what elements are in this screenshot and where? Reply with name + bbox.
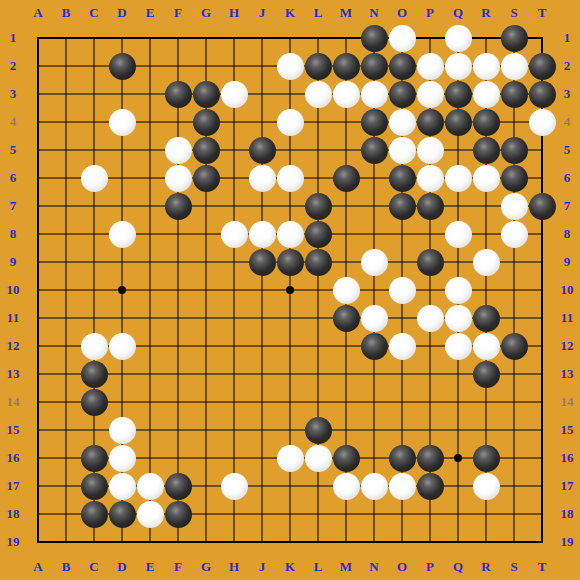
intersection-R9[interactable] (472, 248, 500, 276)
intersection-B16[interactable] (52, 444, 80, 472)
intersection-Q7[interactable] (444, 192, 472, 220)
intersection-B4[interactable] (52, 108, 80, 136)
intersection-L5[interactable] (304, 136, 332, 164)
intersection-G11[interactable] (192, 304, 220, 332)
intersection-J15[interactable] (248, 416, 276, 444)
intersection-R3[interactable] (472, 80, 500, 108)
intersection-Q13[interactable] (444, 360, 472, 388)
intersection-T13[interactable] (528, 360, 556, 388)
intersection-T19[interactable] (528, 528, 556, 556)
intersection-H2[interactable] (220, 52, 248, 80)
intersection-T15[interactable] (528, 416, 556, 444)
intersection-J5[interactable] (248, 136, 276, 164)
intersection-H10[interactable] (220, 276, 248, 304)
intersection-H5[interactable] (220, 136, 248, 164)
intersection-Q11[interactable] (444, 304, 472, 332)
intersection-E17[interactable] (136, 472, 164, 500)
intersection-N4[interactable] (360, 108, 388, 136)
intersection-H6[interactable] (220, 164, 248, 192)
intersection-C12[interactable] (80, 332, 108, 360)
intersection-C11[interactable] (80, 304, 108, 332)
intersection-G3[interactable] (192, 80, 220, 108)
intersection-L4[interactable] (304, 108, 332, 136)
intersection-M5[interactable] (332, 136, 360, 164)
intersection-G2[interactable] (192, 52, 220, 80)
intersection-P3[interactable] (416, 80, 444, 108)
intersection-T5[interactable] (528, 136, 556, 164)
intersection-N17[interactable] (360, 472, 388, 500)
intersection-E18[interactable] (136, 500, 164, 528)
intersection-T10[interactable] (528, 276, 556, 304)
intersection-B5[interactable] (52, 136, 80, 164)
intersection-C3[interactable] (80, 80, 108, 108)
intersection-O16[interactable] (388, 444, 416, 472)
intersection-J9[interactable] (248, 248, 276, 276)
intersection-S19[interactable] (500, 528, 528, 556)
intersection-L19[interactable] (304, 528, 332, 556)
intersection-E12[interactable] (136, 332, 164, 360)
intersection-P2[interactable] (416, 52, 444, 80)
intersection-O14[interactable] (388, 388, 416, 416)
intersection-B17[interactable] (52, 472, 80, 500)
intersection-C1[interactable] (80, 24, 108, 52)
intersection-D12[interactable] (108, 332, 136, 360)
intersection-A11[interactable] (24, 304, 52, 332)
intersection-S1[interactable] (500, 24, 528, 52)
intersection-M11[interactable] (332, 304, 360, 332)
intersection-G4[interactable] (192, 108, 220, 136)
intersection-K1[interactable] (276, 24, 304, 52)
intersection-N9[interactable] (360, 248, 388, 276)
intersection-B12[interactable] (52, 332, 80, 360)
intersection-D10[interactable] (108, 276, 136, 304)
intersection-T16[interactable] (528, 444, 556, 472)
intersection-O15[interactable] (388, 416, 416, 444)
intersection-C8[interactable] (80, 220, 108, 248)
intersection-G17[interactable] (192, 472, 220, 500)
intersection-G9[interactable] (192, 248, 220, 276)
intersection-R12[interactable] (472, 332, 500, 360)
intersection-F7[interactable] (164, 192, 192, 220)
intersection-Q1[interactable] (444, 24, 472, 52)
intersection-C17[interactable] (80, 472, 108, 500)
intersection-C9[interactable] (80, 248, 108, 276)
intersection-B13[interactable] (52, 360, 80, 388)
intersection-S9[interactable] (500, 248, 528, 276)
intersection-G10[interactable] (192, 276, 220, 304)
intersection-A3[interactable] (24, 80, 52, 108)
intersection-S12[interactable] (500, 332, 528, 360)
intersection-G6[interactable] (192, 164, 220, 192)
intersection-L13[interactable] (304, 360, 332, 388)
intersection-A4[interactable] (24, 108, 52, 136)
intersection-O11[interactable] (388, 304, 416, 332)
intersection-M12[interactable] (332, 332, 360, 360)
intersection-Q4[interactable] (444, 108, 472, 136)
intersection-L2[interactable] (304, 52, 332, 80)
intersection-K16[interactable] (276, 444, 304, 472)
intersection-B8[interactable] (52, 220, 80, 248)
intersection-D5[interactable] (108, 136, 136, 164)
intersection-S13[interactable] (500, 360, 528, 388)
intersection-G13[interactable] (192, 360, 220, 388)
intersection-G8[interactable] (192, 220, 220, 248)
intersection-B11[interactable] (52, 304, 80, 332)
intersection-A18[interactable] (24, 500, 52, 528)
intersection-F4[interactable] (164, 108, 192, 136)
intersection-F3[interactable] (164, 80, 192, 108)
intersection-K13[interactable] (276, 360, 304, 388)
intersection-N19[interactable] (360, 528, 388, 556)
intersection-O19[interactable] (388, 528, 416, 556)
intersection-C14[interactable] (80, 388, 108, 416)
intersection-F10[interactable] (164, 276, 192, 304)
intersection-R15[interactable] (472, 416, 500, 444)
intersection-G14[interactable] (192, 388, 220, 416)
intersection-L10[interactable] (304, 276, 332, 304)
intersection-R2[interactable] (472, 52, 500, 80)
intersection-O7[interactable] (388, 192, 416, 220)
intersection-R16[interactable] (472, 444, 500, 472)
intersection-C7[interactable] (80, 192, 108, 220)
intersection-E9[interactable] (136, 248, 164, 276)
intersection-K19[interactable] (276, 528, 304, 556)
intersection-F17[interactable] (164, 472, 192, 500)
intersection-P7[interactable] (416, 192, 444, 220)
intersection-Q8[interactable] (444, 220, 472, 248)
intersection-Q12[interactable] (444, 332, 472, 360)
intersection-P18[interactable] (416, 500, 444, 528)
intersection-J17[interactable] (248, 472, 276, 500)
intersection-E10[interactable] (136, 276, 164, 304)
intersection-E2[interactable] (136, 52, 164, 80)
intersection-T7[interactable] (528, 192, 556, 220)
intersection-B6[interactable] (52, 164, 80, 192)
intersection-K4[interactable] (276, 108, 304, 136)
intersection-T3[interactable] (528, 80, 556, 108)
intersection-K8[interactable] (276, 220, 304, 248)
intersection-Q19[interactable] (444, 528, 472, 556)
intersection-G7[interactable] (192, 192, 220, 220)
intersection-M7[interactable] (332, 192, 360, 220)
intersection-S6[interactable] (500, 164, 528, 192)
intersection-M2[interactable] (332, 52, 360, 80)
intersection-H1[interactable] (220, 24, 248, 52)
intersection-R14[interactable] (472, 388, 500, 416)
intersection-T12[interactable] (528, 332, 556, 360)
intersection-Q10[interactable] (444, 276, 472, 304)
intersection-R1[interactable] (472, 24, 500, 52)
intersection-D16[interactable] (108, 444, 136, 472)
intersection-D15[interactable] (108, 416, 136, 444)
intersection-H8[interactable] (220, 220, 248, 248)
intersection-O12[interactable] (388, 332, 416, 360)
intersection-K11[interactable] (276, 304, 304, 332)
intersection-O2[interactable] (388, 52, 416, 80)
intersection-F2[interactable] (164, 52, 192, 80)
intersection-O10[interactable] (388, 276, 416, 304)
intersection-A9[interactable] (24, 248, 52, 276)
intersection-E5[interactable] (136, 136, 164, 164)
intersection-P8[interactable] (416, 220, 444, 248)
intersection-F12[interactable] (164, 332, 192, 360)
intersection-L8[interactable] (304, 220, 332, 248)
intersection-L12[interactable] (304, 332, 332, 360)
intersection-L6[interactable] (304, 164, 332, 192)
intersection-O13[interactable] (388, 360, 416, 388)
intersection-B1[interactable] (52, 24, 80, 52)
intersection-R13[interactable] (472, 360, 500, 388)
intersection-K7[interactable] (276, 192, 304, 220)
intersection-O4[interactable] (388, 108, 416, 136)
intersection-R7[interactable] (472, 192, 500, 220)
intersection-G18[interactable] (192, 500, 220, 528)
intersection-P12[interactable] (416, 332, 444, 360)
intersection-N13[interactable] (360, 360, 388, 388)
intersection-N5[interactable] (360, 136, 388, 164)
intersection-Q2[interactable] (444, 52, 472, 80)
intersection-Q17[interactable] (444, 472, 472, 500)
intersection-Q18[interactable] (444, 500, 472, 528)
intersection-C19[interactable] (80, 528, 108, 556)
intersection-P9[interactable] (416, 248, 444, 276)
intersection-S8[interactable] (500, 220, 528, 248)
intersection-P11[interactable] (416, 304, 444, 332)
intersection-F14[interactable] (164, 388, 192, 416)
intersection-P10[interactable] (416, 276, 444, 304)
intersection-H13[interactable] (220, 360, 248, 388)
intersection-C5[interactable] (80, 136, 108, 164)
intersection-L1[interactable] (304, 24, 332, 52)
intersection-D13[interactable] (108, 360, 136, 388)
intersection-M15[interactable] (332, 416, 360, 444)
intersection-F8[interactable] (164, 220, 192, 248)
intersection-C2[interactable] (80, 52, 108, 80)
intersection-N6[interactable] (360, 164, 388, 192)
intersection-D4[interactable] (108, 108, 136, 136)
intersection-J13[interactable] (248, 360, 276, 388)
intersection-H15[interactable] (220, 416, 248, 444)
intersection-S5[interactable] (500, 136, 528, 164)
intersection-P17[interactable] (416, 472, 444, 500)
intersection-Q15[interactable] (444, 416, 472, 444)
intersection-M1[interactable] (332, 24, 360, 52)
intersection-M19[interactable] (332, 528, 360, 556)
intersection-E4[interactable] (136, 108, 164, 136)
intersection-J2[interactable] (248, 52, 276, 80)
intersection-H4[interactable] (220, 108, 248, 136)
intersection-J6[interactable] (248, 164, 276, 192)
intersection-J11[interactable] (248, 304, 276, 332)
intersection-S7[interactable] (500, 192, 528, 220)
intersection-D2[interactable] (108, 52, 136, 80)
intersection-P1[interactable] (416, 24, 444, 52)
intersection-R6[interactable] (472, 164, 500, 192)
intersection-K5[interactable] (276, 136, 304, 164)
intersection-O17[interactable] (388, 472, 416, 500)
intersection-B18[interactable] (52, 500, 80, 528)
intersection-E7[interactable] (136, 192, 164, 220)
intersection-S11[interactable] (500, 304, 528, 332)
intersection-P15[interactable] (416, 416, 444, 444)
intersection-A12[interactable] (24, 332, 52, 360)
intersection-H3[interactable] (220, 80, 248, 108)
intersection-F9[interactable] (164, 248, 192, 276)
intersection-J19[interactable] (248, 528, 276, 556)
intersection-N18[interactable] (360, 500, 388, 528)
intersection-M3[interactable] (332, 80, 360, 108)
intersection-S18[interactable] (500, 500, 528, 528)
intersection-T11[interactable] (528, 304, 556, 332)
intersection-B7[interactable] (52, 192, 80, 220)
intersection-N10[interactable] (360, 276, 388, 304)
intersection-R11[interactable] (472, 304, 500, 332)
intersection-Q3[interactable] (444, 80, 472, 108)
intersection-R4[interactable] (472, 108, 500, 136)
intersection-C18[interactable] (80, 500, 108, 528)
intersection-D18[interactable] (108, 500, 136, 528)
intersection-D8[interactable] (108, 220, 136, 248)
intersection-P16[interactable] (416, 444, 444, 472)
intersection-F1[interactable] (164, 24, 192, 52)
intersection-O6[interactable] (388, 164, 416, 192)
intersection-S4[interactable] (500, 108, 528, 136)
intersection-K3[interactable] (276, 80, 304, 108)
intersection-N8[interactable] (360, 220, 388, 248)
intersection-L9[interactable] (304, 248, 332, 276)
intersection-E8[interactable] (136, 220, 164, 248)
intersection-M17[interactable] (332, 472, 360, 500)
intersection-E19[interactable] (136, 528, 164, 556)
intersection-H12[interactable] (220, 332, 248, 360)
intersection-E13[interactable] (136, 360, 164, 388)
intersection-A17[interactable] (24, 472, 52, 500)
intersection-N12[interactable] (360, 332, 388, 360)
intersection-B9[interactable] (52, 248, 80, 276)
intersection-J8[interactable] (248, 220, 276, 248)
intersection-S10[interactable] (500, 276, 528, 304)
intersection-A5[interactable] (24, 136, 52, 164)
intersection-N11[interactable] (360, 304, 388, 332)
intersection-K9[interactable] (276, 248, 304, 276)
intersection-N15[interactable] (360, 416, 388, 444)
intersection-G1[interactable] (192, 24, 220, 52)
intersection-P6[interactable] (416, 164, 444, 192)
intersection-P5[interactable] (416, 136, 444, 164)
intersection-F19[interactable] (164, 528, 192, 556)
intersection-P19[interactable] (416, 528, 444, 556)
intersection-L15[interactable] (304, 416, 332, 444)
intersection-M16[interactable] (332, 444, 360, 472)
intersection-R18[interactable] (472, 500, 500, 528)
intersection-J3[interactable] (248, 80, 276, 108)
intersection-N3[interactable] (360, 80, 388, 108)
intersection-Q9[interactable] (444, 248, 472, 276)
intersection-J10[interactable] (248, 276, 276, 304)
intersection-M13[interactable] (332, 360, 360, 388)
intersection-A13[interactable] (24, 360, 52, 388)
intersection-A15[interactable] (24, 416, 52, 444)
intersection-O3[interactable] (388, 80, 416, 108)
intersection-D17[interactable] (108, 472, 136, 500)
intersection-R19[interactable] (472, 528, 500, 556)
intersection-K10[interactable] (276, 276, 304, 304)
intersection-T1[interactable] (528, 24, 556, 52)
intersection-H9[interactable] (220, 248, 248, 276)
intersection-A16[interactable] (24, 444, 52, 472)
intersection-G19[interactable] (192, 528, 220, 556)
intersection-K17[interactable] (276, 472, 304, 500)
intersection-T17[interactable] (528, 472, 556, 500)
intersection-R5[interactable] (472, 136, 500, 164)
intersection-T14[interactable] (528, 388, 556, 416)
intersection-C6[interactable] (80, 164, 108, 192)
intersection-H18[interactable] (220, 500, 248, 528)
intersection-S16[interactable] (500, 444, 528, 472)
intersection-A7[interactable] (24, 192, 52, 220)
intersection-M6[interactable] (332, 164, 360, 192)
intersection-P14[interactable] (416, 388, 444, 416)
intersection-O9[interactable] (388, 248, 416, 276)
intersection-J14[interactable] (248, 388, 276, 416)
intersection-T8[interactable] (528, 220, 556, 248)
intersection-H19[interactable] (220, 528, 248, 556)
intersection-Q16[interactable] (444, 444, 472, 472)
intersection-B3[interactable] (52, 80, 80, 108)
intersection-R10[interactable] (472, 276, 500, 304)
intersection-A2[interactable] (24, 52, 52, 80)
intersection-A19[interactable] (24, 528, 52, 556)
intersection-D6[interactable] (108, 164, 136, 192)
intersection-J7[interactable] (248, 192, 276, 220)
intersection-C10[interactable] (80, 276, 108, 304)
intersection-H14[interactable] (220, 388, 248, 416)
intersection-K14[interactable] (276, 388, 304, 416)
intersection-M8[interactable] (332, 220, 360, 248)
intersection-H16[interactable] (220, 444, 248, 472)
intersection-D9[interactable] (108, 248, 136, 276)
intersection-D1[interactable] (108, 24, 136, 52)
intersection-D11[interactable] (108, 304, 136, 332)
intersection-L16[interactable] (304, 444, 332, 472)
intersection-P13[interactable] (416, 360, 444, 388)
intersection-O5[interactable] (388, 136, 416, 164)
intersection-R8[interactable] (472, 220, 500, 248)
intersection-G5[interactable] (192, 136, 220, 164)
intersection-L14[interactable] (304, 388, 332, 416)
intersection-P4[interactable] (416, 108, 444, 136)
intersection-Q14[interactable] (444, 388, 472, 416)
intersection-J1[interactable] (248, 24, 276, 52)
intersection-L18[interactable] (304, 500, 332, 528)
intersection-T2[interactable] (528, 52, 556, 80)
intersection-F18[interactable] (164, 500, 192, 528)
intersection-O8[interactable] (388, 220, 416, 248)
intersection-E1[interactable] (136, 24, 164, 52)
intersection-M9[interactable] (332, 248, 360, 276)
intersection-M10[interactable] (332, 276, 360, 304)
intersection-N7[interactable] (360, 192, 388, 220)
intersection-E3[interactable] (136, 80, 164, 108)
intersection-B2[interactable] (52, 52, 80, 80)
intersection-A1[interactable] (24, 24, 52, 52)
intersection-A14[interactable] (24, 388, 52, 416)
intersection-T18[interactable] (528, 500, 556, 528)
intersection-L3[interactable] (304, 80, 332, 108)
intersection-D14[interactable] (108, 388, 136, 416)
intersection-N16[interactable] (360, 444, 388, 472)
intersection-Q5[interactable] (444, 136, 472, 164)
